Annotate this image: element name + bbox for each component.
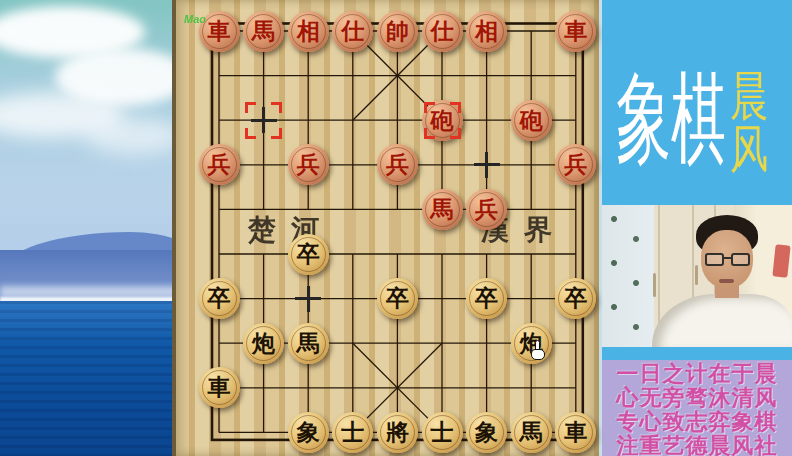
sea [0, 301, 200, 456]
piece-red-pawn[interactable]: 兵 [288, 144, 329, 185]
piece-black-horse[interactable]: 馬 [511, 412, 552, 453]
piece-black-elephant[interactable]: 象 [466, 412, 507, 453]
right-panel: 象棋 晨 风 一日之计在于晨 心无 [602, 0, 792, 456]
piece-red-king[interactable]: 帥 [377, 11, 418, 52]
streamer-glasses [704, 253, 751, 268]
bracket-corner [271, 128, 282, 139]
glasses-lens [705, 253, 724, 266]
piece-black-elephant[interactable]: 象 [288, 412, 329, 453]
bracket-corner [245, 128, 256, 139]
bracket-corner [424, 102, 435, 113]
piece-black-chariot[interactable]: 車 [199, 367, 240, 408]
piece-black-advisor[interactable]: 士 [332, 412, 373, 453]
cursor-palm [531, 349, 545, 360]
piece-red-horse[interactable]: 馬 [243, 11, 284, 52]
slogan-line: 注重艺德晨风社 [602, 434, 792, 456]
piece-red-elephant[interactable]: 相 [466, 11, 507, 52]
piece-black-pawn[interactable]: 卒 [288, 234, 329, 275]
piece-red-pawn[interactable]: 兵 [199, 144, 240, 185]
curtain [602, 205, 654, 347]
piece-black-pawn[interactable]: 卒 [466, 278, 507, 319]
piece-black-advisor[interactable]: 士 [422, 412, 463, 453]
streamer-mouth [719, 279, 734, 283]
slogan-block: 一日之计在于晨 心无旁骛沐清风 专心致志弈象棋 注重艺德晨风社 [602, 360, 792, 456]
piece-red-chariot[interactable]: 車 [555, 11, 596, 52]
webcam-view [602, 205, 792, 347]
piece-black-cannon[interactable]: 炮 [243, 323, 284, 364]
slogan-line: 专心致志弈象棋 [602, 410, 792, 434]
panel-strip-blue [602, 347, 792, 360]
bracket-corner [450, 102, 461, 113]
bracket-corner [424, 128, 435, 139]
bracket-corner [450, 128, 461, 139]
cloud [85, 118, 185, 154]
mouse-cursor-hand-icon [528, 340, 548, 362]
bracket-corner [271, 102, 282, 113]
piece-red-pawn[interactable]: 兵 [377, 144, 418, 185]
stream-frame: 楚河 漢界 Mao 車馬相仕帥仕相車砲砲兵兵兵兵馬兵卒卒卒卒卒炮馬炮車象士將士象… [0, 0, 792, 456]
piece-red-advisor[interactable]: 仕 [422, 11, 463, 52]
piece-black-king[interactable]: 將 [377, 412, 418, 453]
piece-black-pawn[interactable]: 卒 [377, 278, 418, 319]
point-marker-cross [474, 152, 500, 178]
last-move-bracket [424, 102, 461, 139]
piece-black-horse[interactable]: 馬 [288, 323, 329, 364]
xiangqi-board[interactable]: 楚河 漢界 Mao 車馬相仕帥仕相車砲砲兵兵兵兵馬兵卒卒卒卒卒炮馬炮車象士將士象… [172, 0, 602, 456]
glasses-bridge [724, 257, 731, 259]
logo-sub-char: 风 [730, 123, 768, 176]
slogan-line: 心无旁骛沐清风 [602, 386, 792, 410]
piece-red-pawn[interactable]: 兵 [466, 189, 507, 230]
piece-red-advisor[interactable]: 仕 [332, 11, 373, 52]
streamer-shirt [652, 294, 792, 347]
last-move-bracket [245, 102, 282, 139]
glasses-lens [731, 253, 750, 266]
channel-logo-chenfeng: 晨 风 [730, 70, 768, 176]
bracket-corner [245, 102, 256, 113]
wardrobe-handle [695, 265, 698, 285]
watermark: Mao [184, 13, 206, 25]
piece-red-cannon[interactable]: 砲 [511, 100, 552, 141]
wardrobe-handle [653, 273, 656, 297]
piece-red-elephant[interactable]: 相 [288, 11, 329, 52]
piece-red-horse[interactable]: 馬 [422, 189, 463, 230]
logo-sub-char: 晨 [730, 70, 768, 123]
slogan-line: 一日之计在于晨 [602, 362, 792, 386]
piece-black-pawn[interactable]: 卒 [199, 278, 240, 319]
ocean-background [0, 0, 200, 456]
channel-logo-xiangqi: 象棋 [616, 66, 726, 170]
piece-black-chariot[interactable]: 車 [555, 412, 596, 453]
point-marker-cross [295, 286, 321, 312]
